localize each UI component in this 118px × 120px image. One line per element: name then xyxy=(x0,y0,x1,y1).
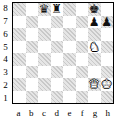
file-label-b: b xyxy=(25,106,38,119)
square-d5[interactable] xyxy=(51,41,64,54)
black-rook: ♜ xyxy=(51,3,62,16)
square-d7[interactable] xyxy=(51,16,64,29)
square-g1[interactable] xyxy=(88,91,101,104)
rank-label-5: 5 xyxy=(0,40,11,53)
square-a6[interactable] xyxy=(13,28,26,41)
square-f8[interactable] xyxy=(76,3,89,16)
square-a7[interactable] xyxy=(13,16,26,29)
square-f7[interactable] xyxy=(76,16,89,29)
square-e8[interactable] xyxy=(63,3,76,16)
square-c1[interactable] xyxy=(38,91,51,104)
square-c6[interactable] xyxy=(38,28,51,41)
square-a3[interactable] xyxy=(13,66,26,79)
square-c3[interactable] xyxy=(38,66,51,79)
square-h8[interactable] xyxy=(101,3,114,16)
white-knight: ♞ xyxy=(89,41,100,54)
square-a8[interactable] xyxy=(13,3,26,16)
square-h2[interactable]: ♚ xyxy=(101,78,114,91)
file-label-a: a xyxy=(12,106,25,119)
square-a2[interactable] xyxy=(13,78,26,91)
square-g4[interactable] xyxy=(88,53,101,66)
rank-label-7: 7 xyxy=(0,15,11,28)
square-a4[interactable] xyxy=(13,53,26,66)
square-e7[interactable] xyxy=(63,16,76,29)
square-f6[interactable] xyxy=(76,28,89,41)
rank-label-1: 1 xyxy=(0,91,11,104)
square-b5[interactable] xyxy=(26,41,39,54)
black-king: ♚ xyxy=(89,3,100,16)
square-b7[interactable] xyxy=(26,16,39,29)
square-e2[interactable] xyxy=(63,78,76,91)
square-d8[interactable]: ♜ xyxy=(51,3,64,16)
square-h4[interactable] xyxy=(101,53,114,66)
square-g8[interactable]: ♚ xyxy=(88,3,101,16)
square-f5[interactable] xyxy=(76,41,89,54)
square-h1[interactable] xyxy=(101,91,114,104)
file-label-c: c xyxy=(38,106,51,119)
rank-label-6: 6 xyxy=(0,28,11,41)
square-h7[interactable]: ♟ xyxy=(101,16,114,29)
square-e1[interactable] xyxy=(63,91,76,104)
square-e5[interactable] xyxy=(63,41,76,54)
square-d2[interactable] xyxy=(51,78,64,91)
square-b6[interactable] xyxy=(26,28,39,41)
square-g2[interactable]: ♛ xyxy=(88,78,101,91)
file-label-f: f xyxy=(76,106,89,119)
square-f1[interactable] xyxy=(76,91,89,104)
rank-label-8: 8 xyxy=(0,2,11,15)
file-labels: abcdefgh xyxy=(12,106,114,119)
square-b1[interactable] xyxy=(26,91,39,104)
square-a1[interactable] xyxy=(13,91,26,104)
square-b3[interactable] xyxy=(26,66,39,79)
chess-diagram: 87654321 ♛♜♚♟♟♞♛♚ abcdefgh xyxy=(0,0,118,120)
square-b8[interactable] xyxy=(26,3,39,16)
square-f4[interactable] xyxy=(76,53,89,66)
square-b4[interactable] xyxy=(26,53,39,66)
square-c4[interactable] xyxy=(38,53,51,66)
file-label-g: g xyxy=(89,106,102,119)
square-h6[interactable] xyxy=(101,28,114,41)
black-pawn: ♟ xyxy=(89,16,100,29)
white-queen: ♛ xyxy=(89,78,100,91)
rank-labels: 87654321 xyxy=(0,2,11,104)
black-queen: ♛ xyxy=(39,3,50,16)
square-e4[interactable] xyxy=(63,53,76,66)
square-f3[interactable] xyxy=(76,66,89,79)
square-g7[interactable]: ♟ xyxy=(88,16,101,29)
square-b2[interactable] xyxy=(26,78,39,91)
square-d3[interactable] xyxy=(51,66,64,79)
black-pawn: ♟ xyxy=(101,16,112,29)
square-c8[interactable]: ♛ xyxy=(38,3,51,16)
file-label-d: d xyxy=(50,106,63,119)
chess-board: ♛♜♚♟♟♞♛♚ xyxy=(12,2,114,104)
rank-label-4: 4 xyxy=(0,53,11,66)
square-e6[interactable] xyxy=(63,28,76,41)
square-c5[interactable] xyxy=(38,41,51,54)
square-g5[interactable]: ♞ xyxy=(88,41,101,54)
square-d1[interactable] xyxy=(51,91,64,104)
square-c7[interactable] xyxy=(38,16,51,29)
square-h5[interactable] xyxy=(101,41,114,54)
square-e3[interactable] xyxy=(63,66,76,79)
square-c2[interactable] xyxy=(38,78,51,91)
file-label-e: e xyxy=(63,106,76,119)
white-king: ♚ xyxy=(101,78,112,91)
rank-label-2: 2 xyxy=(0,79,11,92)
file-label-h: h xyxy=(101,106,114,119)
square-g3[interactable] xyxy=(88,66,101,79)
square-f2[interactable] xyxy=(76,78,89,91)
square-h3[interactable] xyxy=(101,66,114,79)
square-g6[interactable] xyxy=(88,28,101,41)
square-d4[interactable] xyxy=(51,53,64,66)
square-a5[interactable] xyxy=(13,41,26,54)
square-d6[interactable] xyxy=(51,28,64,41)
rank-label-3: 3 xyxy=(0,66,11,79)
